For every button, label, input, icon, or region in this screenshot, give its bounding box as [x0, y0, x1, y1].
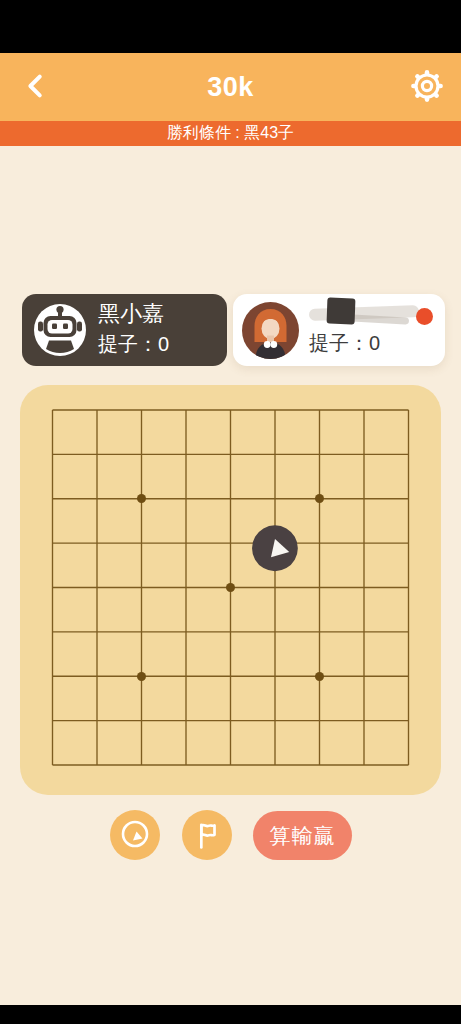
player-name-black: 黑小嘉 [98, 298, 169, 329]
turn-indicator-dot [416, 308, 433, 325]
flag-icon [190, 817, 224, 854]
bottom-nav-bar [0, 1005, 461, 1024]
chevron-left-icon [21, 68, 51, 107]
gear-icon [406, 65, 448, 110]
captures-black-label: 提子： [98, 333, 158, 355]
redaction-box [327, 298, 356, 325]
captures-black: 提子：0 [98, 329, 169, 359]
star-point [297, 477, 342, 521]
status-bar [0, 0, 461, 53]
player-name-white-redacted [309, 298, 429, 328]
star-point [119, 654, 164, 698]
captures-white-value: 0 [369, 332, 380, 354]
captures-white: 提子：0 [309, 328, 429, 358]
header: 30k [0, 53, 461, 121]
circled-stone-marker-icon [118, 817, 152, 854]
star-point-dot [315, 494, 324, 503]
robot-icon [31, 301, 89, 359]
victory-condition-banner: 勝利條件 : 黑43子 [0, 121, 461, 146]
woman-avatar [242, 302, 299, 359]
star-point [208, 565, 253, 609]
app-screen: 30k [0, 0, 461, 1024]
count-result-button[interactable]: 算輸贏 [253, 811, 352, 860]
star-point-dot [226, 583, 235, 592]
settings-button[interactable] [395, 53, 459, 121]
star-point [119, 477, 164, 521]
board-grid[interactable]: ● [30, 388, 431, 787]
star-point-dot [137, 494, 146, 503]
star-point-dot [137, 672, 146, 681]
resign-flag-button[interactable] [182, 810, 232, 860]
captures-black-value: 0 [158, 333, 169, 355]
back-button[interactable] [4, 53, 68, 121]
player-card-white: 提子：0 [233, 294, 445, 366]
go-board[interactable]: ● [20, 385, 441, 795]
star-point [297, 654, 342, 698]
victory-condition-text: 勝利條件 : 黑43子 [167, 123, 294, 144]
captures-white-label: 提子： [309, 332, 369, 354]
page-title: 30k [207, 72, 254, 103]
marker-button[interactable] [110, 810, 160, 860]
player-card-black: 黑小嘉 提子：0 [22, 294, 227, 366]
stone-black-F6: ● [253, 521, 298, 565]
star-point-dot [315, 672, 324, 681]
